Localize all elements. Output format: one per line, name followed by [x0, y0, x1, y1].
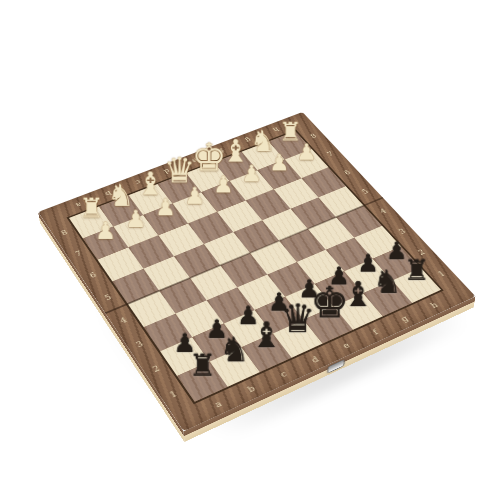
file-label-bottom-e: e	[341, 341, 352, 350]
rank-label-left-4: 4	[118, 316, 128, 325]
black-bishop-c1[interactable]: ♝	[248, 317, 285, 352]
black-knight-b1[interactable]: ♞	[216, 333, 253, 367]
square-e5[interactable]	[233, 220, 279, 253]
file-label-bottom-d: d	[310, 355, 321, 365]
white-pawn-d7[interactable]: ♟	[178, 184, 211, 207]
rank-label-right-5: 5	[360, 188, 370, 196]
rank-label-left-1: 1	[168, 389, 179, 399]
black-rook-a1[interactable]: ♜	[184, 351, 221, 382]
white-pawn-a7[interactable]: ♟	[89, 219, 123, 243]
white-pawn-f7[interactable]: ♟	[235, 162, 267, 185]
rank-label-left-2: 2	[151, 364, 162, 374]
file-label-bottom-b: b	[246, 384, 257, 394]
rank-label-left-6: 6	[88, 271, 98, 280]
white-pawn-c7[interactable]: ♟	[149, 196, 182, 219]
product-photo-scene: ♜♞♝♛♚♝♞♜♟♟♟♟♟♟♟♟♟♟♟♟♟♟♟♟♜♞♝♛♚♝♞♜ abcdefg…	[0, 0, 500, 500]
rank-label-right-4: 4	[378, 207, 388, 215]
file-label-bottom-h: h	[429, 301, 440, 310]
white-pawn-h7[interactable]: ♟	[291, 141, 323, 163]
rank-label-left-7: 7	[74, 249, 83, 257]
rank-label-right-1: 1	[436, 270, 447, 279]
file-label-bottom-g: g	[399, 314, 410, 323]
file-label-bottom-a: a	[213, 399, 224, 409]
rank-label-left-3: 3	[134, 340, 144, 349]
white-pawn-g7[interactable]: ♟	[263, 152, 295, 175]
board-tilt: ♜♞♝♛♚♝♞♜♟♟♟♟♟♟♟♟♟♟♟♟♟♟♟♟♜♞♝♛♚♝♞♜ abcdefg…	[38, 112, 476, 432]
white-pawn-b7[interactable]: ♟	[119, 207, 152, 231]
rank-label-left-5: 5	[103, 293, 113, 302]
chess-board: ♜♞♝♛♚♝♞♜♟♟♟♟♟♟♟♟♟♟♟♟♟♟♟♟♜♞♝♛♚♝♞♜ abcdefg…	[38, 112, 476, 432]
file-label-bottom-f: f	[371, 328, 380, 336]
rank-label-left-8: 8	[60, 229, 69, 237]
white-pawn-e7[interactable]: ♟	[207, 173, 240, 196]
black-queen-d1[interactable]: ♛	[280, 299, 316, 338]
rank-label-right-7: 7	[325, 150, 334, 157]
file-label-bottom-c: c	[278, 369, 288, 379]
rank-label-right-6: 6	[343, 169, 353, 176]
rank-label-right-3: 3	[397, 227, 407, 235]
